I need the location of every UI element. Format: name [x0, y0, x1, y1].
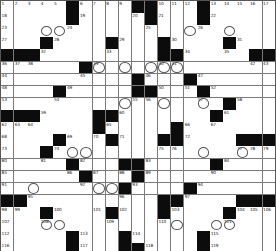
cell[interactable]: 55 [132, 98, 144, 110]
cell[interactable]: 93 [132, 183, 144, 195]
cell[interactable] [79, 195, 91, 207]
cell[interactable] [158, 231, 170, 243]
cell[interactable] [66, 183, 78, 195]
cell[interactable]: 3 [27, 1, 39, 13]
cell[interactable] [197, 159, 209, 171]
cell[interactable]: 39 [93, 62, 105, 74]
cell[interactable]: 71 [119, 134, 131, 146]
cell[interactable]: 23 [1, 25, 13, 37]
cell[interactable]: 75 [158, 146, 170, 158]
cell[interactable]: 94 [197, 183, 209, 195]
cell[interactable] [106, 195, 118, 207]
cell[interactable] [14, 13, 26, 25]
cell[interactable] [132, 134, 144, 146]
cell[interactable]: 30 [171, 37, 183, 49]
cell[interactable] [249, 98, 261, 110]
cell[interactable] [14, 243, 26, 251]
cell[interactable] [14, 146, 26, 158]
cell[interactable]: 10 [158, 1, 170, 13]
cell[interactable]: 57 [197, 98, 209, 110]
cell[interactable]: 66 [184, 122, 196, 134]
cell[interactable]: 29 [119, 37, 131, 49]
cell[interactable] [171, 231, 183, 243]
cell[interactable] [93, 146, 105, 158]
cell[interactable]: 32 [40, 49, 52, 61]
cell[interactable] [236, 231, 248, 243]
cell[interactable] [210, 219, 222, 231]
cell[interactable] [263, 74, 275, 86]
cell[interactable] [53, 13, 65, 25]
cell[interactable]: 43 [263, 62, 275, 74]
cell[interactable]: 34 [184, 49, 196, 61]
cell[interactable] [145, 110, 157, 122]
cell[interactable]: 104 [236, 207, 248, 219]
cell[interactable]: 7 [93, 1, 105, 13]
cell[interactable] [249, 25, 261, 37]
cell[interactable] [236, 25, 248, 37]
cell[interactable] [40, 183, 52, 195]
cell[interactable] [119, 62, 131, 74]
cell[interactable] [197, 62, 209, 74]
cell[interactable] [223, 171, 235, 183]
cell[interactable] [236, 86, 248, 98]
cell[interactable] [171, 171, 183, 183]
cell[interactable] [27, 243, 39, 251]
cell[interactable] [145, 122, 157, 134]
cell[interactable]: 24 [66, 25, 78, 37]
cell[interactable] [210, 49, 222, 61]
cell[interactable]: 46 [145, 74, 157, 86]
cell[interactable]: 64 [27, 122, 39, 134]
cell[interactable] [40, 86, 52, 98]
cell[interactable] [27, 183, 39, 195]
cell[interactable] [106, 231, 118, 243]
cell[interactable] [106, 98, 118, 110]
cell[interactable]: 31 [236, 37, 248, 49]
cell[interactable]: 91 [1, 183, 13, 195]
cell[interactable] [263, 171, 275, 183]
cell[interactable] [197, 134, 209, 146]
cell[interactable]: 20 [132, 13, 144, 25]
cell[interactable] [93, 98, 105, 110]
cell[interactable] [249, 13, 261, 25]
cell[interactable]: 38 [27, 62, 39, 74]
cell[interactable] [263, 243, 275, 251]
cell[interactable] [236, 62, 248, 74]
cell[interactable] [53, 25, 65, 37]
cell[interactable]: 114 [132, 231, 144, 243]
cell[interactable] [236, 243, 248, 251]
cell[interactable]: 4 [40, 1, 52, 13]
cell[interactable] [27, 13, 39, 25]
cell[interactable] [158, 243, 170, 251]
cell[interactable]: 48 [1, 86, 13, 98]
cell[interactable] [119, 146, 131, 158]
cell[interactable]: 59 [40, 110, 52, 122]
cell[interactable] [40, 243, 52, 251]
cell[interactable] [14, 171, 26, 183]
cell[interactable] [158, 25, 170, 37]
cell[interactable] [236, 49, 248, 61]
cell[interactable]: 81 [40, 159, 52, 171]
cell[interactable]: 119 [210, 243, 222, 251]
cell[interactable] [158, 159, 170, 171]
cell[interactable] [249, 110, 261, 122]
cell[interactable]: 54 [53, 98, 65, 110]
cell[interactable] [197, 110, 209, 122]
cell[interactable]: 27 [1, 37, 13, 49]
cell[interactable] [27, 231, 39, 243]
cell[interactable] [53, 49, 65, 61]
cell[interactable]: 79 [263, 146, 275, 158]
cell[interactable] [40, 171, 52, 183]
cell[interactable] [132, 62, 144, 74]
cell[interactable]: 74 [53, 146, 65, 158]
cell[interactable] [93, 13, 105, 25]
cell[interactable] [106, 183, 118, 195]
cell[interactable]: 85 [1, 171, 13, 183]
cell[interactable] [236, 122, 248, 134]
cell[interactable] [119, 219, 131, 231]
cell[interactable] [93, 25, 105, 37]
cell[interactable] [14, 37, 26, 49]
cell[interactable] [27, 74, 39, 86]
cell[interactable] [263, 231, 275, 243]
cell[interactable] [14, 98, 26, 110]
cell[interactable] [106, 159, 118, 171]
cell[interactable] [171, 219, 183, 231]
cell[interactable]: 99 [14, 207, 26, 219]
cell[interactable] [53, 122, 65, 134]
cell[interactable] [171, 25, 183, 37]
cell[interactable]: 49 [66, 86, 78, 98]
cell[interactable] [223, 231, 235, 243]
cell[interactable]: 37 [14, 62, 26, 74]
cell[interactable] [53, 231, 65, 243]
cell[interactable]: 84 [223, 159, 235, 171]
cell[interactable]: 82 [79, 159, 91, 171]
cell[interactable] [119, 25, 131, 37]
cell[interactable]: 73 [1, 146, 13, 158]
cell[interactable]: 78 [249, 146, 261, 158]
cell[interactable]: 53 [1, 98, 13, 110]
cell[interactable] [66, 110, 78, 122]
cell[interactable]: 76 [171, 146, 183, 158]
cell[interactable] [93, 195, 105, 207]
cell[interactable] [79, 37, 91, 49]
cell[interactable]: 96 [119, 195, 131, 207]
cell[interactable]: 41 [171, 62, 183, 74]
cell[interactable]: 40 [158, 62, 170, 74]
cell[interactable] [171, 86, 183, 98]
cell[interactable] [14, 159, 26, 171]
cell[interactable] [223, 13, 235, 25]
cell[interactable] [184, 13, 196, 25]
cell[interactable] [27, 159, 39, 171]
cell[interactable] [53, 110, 65, 122]
cell[interactable]: 28 [53, 37, 65, 49]
cell[interactable] [249, 183, 261, 195]
cell[interactable] [40, 122, 52, 134]
cell[interactable]: 22 [210, 13, 222, 25]
cell[interactable] [106, 62, 118, 74]
cell[interactable] [145, 207, 157, 219]
cell[interactable] [145, 49, 157, 61]
cell[interactable] [236, 219, 248, 231]
cell[interactable] [119, 86, 131, 98]
cell[interactable] [93, 183, 105, 195]
cell[interactable] [79, 86, 91, 98]
cell[interactable]: 68 [1, 134, 13, 146]
cell[interactable] [14, 231, 26, 243]
cell[interactable] [40, 74, 52, 86]
cell[interactable]: 70 [93, 134, 105, 146]
cell[interactable]: 61 [223, 110, 235, 122]
cell[interactable] [132, 110, 144, 122]
cell[interactable] [66, 62, 78, 74]
cell[interactable]: 47 [197, 74, 209, 86]
cell[interactable] [184, 171, 196, 183]
cell[interactable] [14, 86, 26, 98]
cell[interactable] [210, 74, 222, 86]
cell[interactable] [210, 146, 222, 158]
cell[interactable] [145, 195, 157, 207]
cell[interactable] [263, 25, 275, 37]
cell[interactable]: 11 [171, 1, 183, 13]
cell[interactable] [106, 171, 118, 183]
cell[interactable]: 98 [1, 207, 13, 219]
cell[interactable] [263, 37, 275, 49]
cell[interactable]: 110 [158, 219, 170, 231]
cell[interactable] [184, 62, 196, 74]
cell[interactable] [40, 13, 52, 25]
cell[interactable]: 116 [1, 243, 13, 251]
cell[interactable] [53, 171, 65, 183]
cell[interactable] [40, 62, 52, 74]
cell[interactable] [66, 219, 78, 231]
cell[interactable] [249, 74, 261, 86]
cell[interactable] [223, 86, 235, 98]
cell[interactable] [79, 122, 91, 134]
cell[interactable] [223, 134, 235, 146]
cell[interactable] [223, 183, 235, 195]
cell[interactable]: 50 [158, 86, 170, 98]
cell[interactable] [223, 25, 235, 37]
cell[interactable] [210, 183, 222, 195]
cell[interactable]: 8 [106, 1, 118, 13]
cell[interactable]: 60 [119, 110, 131, 122]
cell[interactable] [210, 195, 222, 207]
cell[interactable] [132, 49, 144, 61]
cell[interactable] [184, 231, 196, 243]
cell[interactable]: 65 [106, 122, 118, 134]
cell[interactable]: 2 [14, 1, 26, 13]
cell[interactable] [106, 243, 118, 251]
cell[interactable] [14, 183, 26, 195]
cell[interactable]: 25 [145, 25, 157, 37]
cell[interactable] [119, 98, 131, 110]
cell[interactable] [171, 13, 183, 25]
cell[interactable]: 72 [184, 134, 196, 146]
cell[interactable] [27, 207, 39, 219]
cell[interactable] [79, 134, 91, 146]
cell[interactable] [249, 219, 261, 231]
cell[interactable] [93, 49, 105, 61]
cell[interactable] [66, 195, 78, 207]
cell[interactable] [145, 219, 157, 231]
cell[interactable] [145, 183, 157, 195]
cell[interactable]: 115 [210, 231, 222, 243]
cell[interactable] [223, 122, 235, 134]
cell[interactable] [14, 219, 26, 231]
cell[interactable] [93, 219, 105, 231]
cell[interactable] [14, 74, 26, 86]
cell[interactable]: 86 [66, 171, 78, 183]
cell[interactable] [119, 13, 131, 25]
cell[interactable] [263, 159, 275, 171]
cell[interactable] [197, 122, 209, 134]
cell[interactable] [263, 122, 275, 134]
cell[interactable] [93, 159, 105, 171]
cell[interactable] [223, 146, 235, 158]
cell[interactable] [145, 146, 157, 158]
cell[interactable] [79, 25, 91, 37]
cell[interactable] [171, 183, 183, 195]
cell[interactable] [79, 98, 91, 110]
cell[interactable]: 80 [1, 159, 13, 171]
cell[interactable] [210, 62, 222, 74]
cell[interactable] [210, 134, 222, 146]
cell[interactable]: 13 [210, 1, 222, 13]
cell[interactable]: 105 [249, 207, 261, 219]
cell[interactable] [14, 134, 26, 146]
cell[interactable]: 14 [223, 1, 235, 13]
cell[interactable] [184, 219, 196, 231]
cell[interactable] [263, 183, 275, 195]
cell[interactable] [27, 98, 39, 110]
cell[interactable]: 97 [184, 195, 196, 207]
cell[interactable] [66, 98, 78, 110]
cell[interactable] [171, 74, 183, 86]
cell[interactable] [53, 62, 65, 74]
cell[interactable] [249, 243, 261, 251]
cell[interactable] [171, 98, 183, 110]
cell[interactable] [249, 37, 261, 49]
cell[interactable]: 108 [40, 219, 52, 231]
cell[interactable] [27, 37, 39, 49]
cell[interactable]: 18 [1, 13, 13, 25]
cell[interactable] [40, 98, 52, 110]
cell[interactable] [106, 13, 118, 25]
cell[interactable] [53, 74, 65, 86]
cell[interactable] [53, 183, 65, 195]
cell[interactable] [119, 49, 131, 61]
cell[interactable] [236, 159, 248, 171]
cell[interactable]: 90 [210, 171, 222, 183]
cell[interactable]: 63 [14, 122, 26, 134]
cell[interactable]: 9 [119, 1, 131, 13]
cell[interactable] [210, 98, 222, 110]
cell[interactable] [132, 207, 144, 219]
cell[interactable] [132, 122, 144, 134]
cell[interactable] [197, 171, 209, 183]
cell[interactable] [93, 74, 105, 86]
cell[interactable]: 19 [79, 13, 91, 25]
cell[interactable] [223, 195, 235, 207]
cell[interactable]: 109 [106, 219, 118, 231]
cell[interactable]: 33 [106, 49, 118, 61]
cell[interactable] [27, 171, 39, 183]
cell[interactable]: 88 [119, 171, 131, 183]
cell[interactable] [184, 110, 196, 122]
cell[interactable] [197, 146, 209, 158]
cell[interactable]: 62 [1, 122, 13, 134]
cell[interactable]: 67 [210, 122, 222, 134]
cell[interactable] [66, 207, 78, 219]
cell[interactable]: 17 [263, 1, 275, 13]
cell[interactable] [223, 62, 235, 74]
cell[interactable]: 111 [223, 219, 235, 231]
cell[interactable]: 102 [119, 207, 131, 219]
cell[interactable] [158, 171, 170, 183]
cell[interactable]: 103 [171, 207, 183, 219]
cell[interactable] [40, 195, 52, 207]
cell[interactable] [171, 159, 183, 171]
cell[interactable] [79, 110, 91, 122]
cell[interactable] [145, 231, 157, 243]
cell[interactable] [210, 25, 222, 37]
cell[interactable] [184, 159, 196, 171]
cell[interactable] [40, 134, 52, 146]
cell[interactable]: 95 [27, 195, 39, 207]
cell[interactable] [106, 74, 118, 86]
cell[interactable]: 106 [263, 207, 275, 219]
cell[interactable] [145, 62, 157, 74]
cell[interactable]: 44 [1, 74, 13, 86]
cell[interactable] [106, 146, 118, 158]
cell[interactable] [27, 86, 39, 98]
cell[interactable] [263, 86, 275, 98]
cell[interactable] [79, 49, 91, 61]
cell[interactable] [223, 243, 235, 251]
cell[interactable] [223, 74, 235, 86]
cell[interactable]: 5 [53, 1, 65, 13]
cell[interactable] [158, 122, 170, 134]
cell[interactable] [66, 122, 78, 134]
cell[interactable] [236, 110, 248, 122]
cell[interactable]: 51 [184, 86, 196, 98]
cell[interactable]: 42 [249, 62, 261, 74]
cell[interactable] [263, 110, 275, 122]
cell[interactable]: 107 [1, 219, 13, 231]
cell[interactable] [249, 171, 261, 183]
cell[interactable] [197, 219, 209, 231]
cell[interactable] [132, 37, 144, 49]
cell[interactable]: 77 [236, 146, 248, 158]
cell[interactable]: 89 [145, 171, 157, 183]
cell[interactable] [184, 37, 196, 49]
cell[interactable] [197, 49, 209, 61]
cell[interactable] [79, 219, 91, 231]
cell[interactable] [263, 98, 275, 110]
cell[interactable]: 118 [145, 243, 157, 251]
cell[interactable]: 112 [1, 231, 13, 243]
cell[interactable]: 26 [197, 25, 209, 37]
cell[interactable] [132, 146, 144, 158]
cell[interactable]: 6 [79, 1, 91, 13]
cell[interactable] [210, 207, 222, 219]
cell[interactable] [53, 159, 65, 171]
